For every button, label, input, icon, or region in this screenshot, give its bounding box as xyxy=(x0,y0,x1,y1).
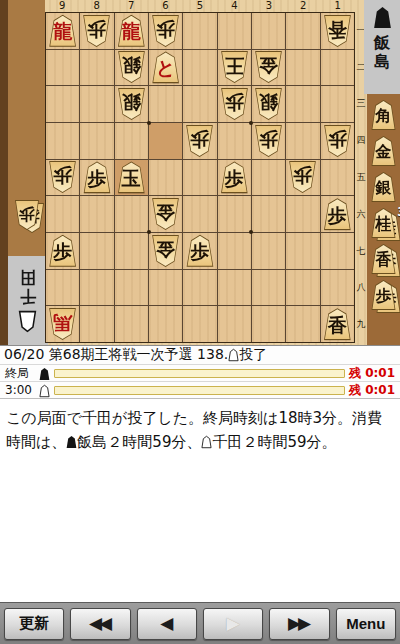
board-cell-4九 xyxy=(218,306,251,342)
piece-glyph: 歩 xyxy=(82,15,111,47)
board-cell-2五: 歩 xyxy=(286,160,319,196)
board-cell-2七 xyxy=(286,233,319,269)
sente-hand-銀: 銀 xyxy=(371,172,397,202)
board-cell-7八 xyxy=(115,270,148,306)
piece-glyph: 歩 xyxy=(371,280,397,310)
piece-glyph: 馬 xyxy=(48,308,77,340)
rank-label: 九 xyxy=(355,306,367,343)
gote-piece-歩: 歩 xyxy=(323,125,352,157)
board-cell-7二: 銀 xyxy=(115,50,148,86)
menu-button[interactable]: Menu xyxy=(336,608,396,640)
board-cell-1九: 香 xyxy=(321,306,354,342)
piece-glyph: 銀 xyxy=(254,88,283,120)
gote-piece-icon xyxy=(39,381,50,400)
board-cell-4五: 歩 xyxy=(218,160,251,196)
piece-glyph: 龍 xyxy=(48,15,77,47)
board-cell-2六 xyxy=(286,196,319,232)
board-cell-3七 xyxy=(252,233,285,269)
gote-piece-歩: 歩 xyxy=(82,15,111,47)
board-cell-3四: 歩 xyxy=(252,123,285,159)
board-cell-3五 xyxy=(252,160,285,196)
board-cell-3一 xyxy=(252,13,285,49)
board-cell-2三 xyxy=(286,86,319,122)
piece-glyph: と xyxy=(151,51,180,83)
piece-glyph: 玉 xyxy=(117,161,146,193)
piece-glyph: 歩 xyxy=(185,125,214,157)
board-cell-1二 xyxy=(321,50,354,86)
sente-hand-角: 角 xyxy=(371,100,397,130)
sente-captured-tray: 角金銀桂桂3香香歩歩 xyxy=(367,100,400,345)
gote-piece-馬: 馬 xyxy=(48,308,77,340)
board-cell-9六 xyxy=(46,196,79,232)
board-cell-8一: 歩 xyxy=(80,13,113,49)
board-cell-1三 xyxy=(321,86,354,122)
piece-glyph: 香 xyxy=(371,244,397,274)
board-cell-5一 xyxy=(183,13,216,49)
board-cell-6二: と xyxy=(149,50,182,86)
piece-glyph: 銀 xyxy=(117,88,146,120)
gote-piece-銀: 銀 xyxy=(117,88,146,120)
gote-piece-金: 金 xyxy=(151,235,180,267)
update-button[interactable]: 更新 xyxy=(4,608,64,640)
gote-piece-銀: 銀 xyxy=(254,88,283,120)
sente-piece-歩: 歩 xyxy=(82,161,111,193)
sente-hand-金: 金 xyxy=(371,136,397,166)
clock-row-sente: 終局 残 0:01 xyxy=(0,364,400,381)
piece-glyph: 金 xyxy=(151,198,180,230)
sente-piece-と: と xyxy=(151,51,180,83)
sente-piece-龍: 龍 xyxy=(117,15,146,47)
rewind-to-start-button[interactable]: ◀◀ xyxy=(70,608,130,640)
board-cell-5九 xyxy=(183,306,216,342)
board-cell-9九: 馬 xyxy=(46,306,79,342)
shogi-board-area: 歩歩 千田 987654321 龍歩龍歩香銀と王金銀歩銀歩歩歩歩歩玉歩歩金歩歩金… xyxy=(0,0,400,345)
bottom-toolbar: 更新◀◀◀▶▶▶Menu xyxy=(0,602,400,644)
file-labels: 987654321 xyxy=(45,0,355,12)
sente-piece-歩: 歩 xyxy=(220,161,249,193)
board-cell-3三: 銀 xyxy=(252,86,285,122)
rank-label: 六 xyxy=(355,196,367,233)
gote-piece-icon xyxy=(19,308,38,333)
file-label: 4 xyxy=(217,0,251,12)
board-cell-6四 xyxy=(149,123,182,159)
piece-glyph: 歩 xyxy=(254,125,283,157)
board-cell-8九 xyxy=(80,306,113,342)
board-cell-1六: 歩 xyxy=(321,196,354,232)
board-cell-7六 xyxy=(115,196,148,232)
piece-glyph: 銀 xyxy=(371,172,397,202)
board-cell-7九 xyxy=(115,306,148,342)
board-cell-9八 xyxy=(46,270,79,306)
board-cell-7三: 銀 xyxy=(115,86,148,122)
board-cell-5六 xyxy=(183,196,216,232)
board-cell-5二 xyxy=(183,50,216,86)
time-bar-sente xyxy=(54,369,345,378)
gote-piece-icon xyxy=(201,433,212,451)
commentary-text[interactable]: この局面で千田が投了した。終局時刻は18時3分。消費時間は、飯島２時間59分、千… xyxy=(0,398,400,602)
gote-player-name: 千田 xyxy=(18,268,38,306)
text-segment: 千田２時間59分。 xyxy=(212,433,336,451)
gote-piece-銀: 銀 xyxy=(117,51,146,83)
board-cell-4三: 歩 xyxy=(218,86,251,122)
board-cell-2九 xyxy=(286,306,319,342)
board-cell-9三 xyxy=(46,86,79,122)
board-cell-8八 xyxy=(80,270,113,306)
piece-glyph: 歩 xyxy=(288,161,317,193)
board-cell-1五 xyxy=(321,160,354,196)
sente-hand-香: 香香 xyxy=(371,244,397,274)
file-label: 6 xyxy=(148,0,182,12)
piece-glyph: 歩 xyxy=(220,161,249,193)
text-segment: 飯島２時間59分、 xyxy=(77,433,201,451)
shogi-board: 龍歩龍歩香銀と王金銀歩銀歩歩歩歩歩玉歩歩金歩歩金歩馬香 xyxy=(45,12,355,343)
piece-glyph: 龍 xyxy=(117,15,146,47)
piece-glyph: 王 xyxy=(220,51,249,83)
board-cell-6六: 金 xyxy=(149,196,182,232)
rank-label: 七 xyxy=(355,233,367,270)
rank-label: 八 xyxy=(355,269,367,306)
board-cell-1一: 香 xyxy=(321,13,354,49)
file-label: 1 xyxy=(321,0,355,12)
sente-hand-桂: 桂桂3 xyxy=(371,208,397,238)
board-cell-3六 xyxy=(252,196,285,232)
gote-piece-歩: 歩 xyxy=(220,88,249,120)
board-cell-4二: 王 xyxy=(218,50,251,86)
gote-piece-歩: 歩 xyxy=(48,161,77,193)
board-cell-9一: 龍 xyxy=(46,13,79,49)
board-cell-3九 xyxy=(252,306,285,342)
remaining-time-sente: 残 0:01 xyxy=(349,365,395,382)
board-cell-3二: 金 xyxy=(252,50,285,86)
piece-glyph: 桂 xyxy=(371,208,397,238)
sente-side-strip: 飯島 角金銀桂桂3香香歩歩 xyxy=(367,0,400,345)
piece-glyph: 歩 xyxy=(48,235,77,267)
gote-piece-歩: 歩 xyxy=(288,161,317,193)
sente-piece-歩: 歩 xyxy=(48,235,77,267)
board-cell-1八 xyxy=(321,270,354,306)
board-cell-4八 xyxy=(218,270,251,306)
gote-captured-tray: 歩歩 xyxy=(14,200,46,246)
sente-piece-香: 香 xyxy=(323,308,352,340)
sente-hand-歩: 歩歩 xyxy=(371,280,397,310)
piece-glyph: 香 xyxy=(323,308,352,340)
piece-glyph: 歩 xyxy=(151,15,180,47)
sente-piece-角: 角 xyxy=(371,100,397,130)
step-back-button[interactable]: ◀ xyxy=(137,608,197,640)
piece-glyph: 歩 xyxy=(48,161,77,193)
board-cell-5七: 歩 xyxy=(183,233,216,269)
board-cell-2八 xyxy=(286,270,319,306)
file-label: 9 xyxy=(45,0,79,12)
board-cell-9七: 歩 xyxy=(46,233,79,269)
board-cell-6一: 歩 xyxy=(149,13,182,49)
sente-piece-銀: 銀 xyxy=(371,172,397,202)
gote-side-strip: 歩歩 千田 xyxy=(0,0,45,345)
sente-piece-歩: 歩 xyxy=(185,235,214,267)
board-cell-4一 xyxy=(218,13,251,49)
text-segment: 06/20 第68期王将戦一次予選 138. xyxy=(4,346,228,364)
board-cell-7五: 玉 xyxy=(115,160,148,196)
piece-glyph: 香 xyxy=(323,15,352,47)
board-star-point xyxy=(147,121,151,125)
gote-piece-歩: 歩 xyxy=(254,125,283,157)
step-back-button-icon: ◀ xyxy=(160,613,173,634)
forward-to-end-button-icon: ▶▶ xyxy=(288,613,311,634)
clock-label-sente: 終局 xyxy=(5,365,35,382)
file-label: 8 xyxy=(79,0,113,12)
sente-piece-icon xyxy=(373,6,392,31)
sente-piece-玉: 玉 xyxy=(117,161,146,193)
gote-piece-金: 金 xyxy=(151,198,180,230)
gote-piece-歩: 歩 xyxy=(185,125,214,157)
board-cell-7一: 龍 xyxy=(115,13,148,49)
file-label: 3 xyxy=(252,0,286,12)
file-label: 2 xyxy=(286,0,320,12)
gote-piece-歩: 歩 xyxy=(151,15,180,47)
board-cell-8四 xyxy=(80,123,113,159)
sente-piece-香: 香 xyxy=(371,244,397,274)
file-label: 7 xyxy=(114,0,148,12)
piece-glyph: 歩 xyxy=(323,125,352,157)
sente-piece-歩: 歩 xyxy=(323,198,352,230)
sente-player-name: 飯島 xyxy=(372,33,392,71)
gote-hand-歩: 歩歩 xyxy=(14,200,40,230)
board-cell-8三 xyxy=(80,86,113,122)
sente-piece-龍: 龍 xyxy=(48,15,77,47)
board-cell-4四 xyxy=(218,123,251,159)
board-cell-2一 xyxy=(286,13,319,49)
board-cell-6五 xyxy=(149,160,182,196)
board-cell-8五: 歩 xyxy=(80,160,113,196)
clock-row-gote: 3:00 残 0:01 xyxy=(0,381,400,398)
game-info-bar: 06/20 第68期王将戦一次予選 138.投了 xyxy=(0,345,400,364)
board-cell-2二 xyxy=(286,50,319,86)
sente-piece-歩: 歩 xyxy=(371,280,397,310)
board-cell-8六 xyxy=(80,196,113,232)
piece-glyph: 歩 xyxy=(323,198,352,230)
board-cell-4六 xyxy=(218,196,251,232)
board-cell-8七 xyxy=(80,233,113,269)
board-cell-6三 xyxy=(149,86,182,122)
sente-player-panel: 飯島 xyxy=(364,0,400,94)
text-segment: 投了 xyxy=(239,346,267,364)
piece-glyph: 銀 xyxy=(117,51,146,83)
piece-glyph: 金 xyxy=(371,136,397,166)
board-cell-8二 xyxy=(80,50,113,86)
shogi-viewer-app: 歩歩 千田 987654321 龍歩龍歩香銀と王金銀歩銀歩歩歩歩歩玉歩歩金歩歩金… xyxy=(0,0,400,644)
piece-glyph: 金 xyxy=(254,51,283,83)
board-cell-4七 xyxy=(218,233,251,269)
piece-glyph: 金 xyxy=(151,235,180,267)
board-cell-6七: 金 xyxy=(149,233,182,269)
rewind-to-start-button-icon: ◀◀ xyxy=(89,613,112,634)
board-cell-6八 xyxy=(149,270,182,306)
board-cell-1四: 歩 xyxy=(321,123,354,159)
step-forward-button[interactable]: ▶ xyxy=(203,608,263,640)
clock-label-gote: 3:00 xyxy=(5,383,35,397)
time-bar-gote xyxy=(54,386,345,395)
board-cell-6九 xyxy=(149,306,182,342)
gote-player-panel: 千田 xyxy=(8,256,48,345)
board-cell-5八 xyxy=(183,270,216,306)
board-cell-3八 xyxy=(252,270,285,306)
sente-piece-桂: 桂 xyxy=(371,208,397,238)
piece-glyph: 角 xyxy=(371,100,397,130)
board-cell-7七 xyxy=(115,233,148,269)
step-forward-button-icon: ▶ xyxy=(227,613,240,634)
board-cell-5四: 歩 xyxy=(183,123,216,159)
gote-piece-icon xyxy=(228,347,239,363)
sente-piece-金: 金 xyxy=(371,136,397,166)
forward-to-end-button[interactable]: ▶▶ xyxy=(269,608,329,640)
rank-label: 五 xyxy=(355,159,367,196)
board-cell-9五: 歩 xyxy=(46,160,79,196)
file-label: 5 xyxy=(183,0,217,12)
piece-glyph: 歩 xyxy=(82,161,111,193)
board-cell-2四 xyxy=(286,123,319,159)
board-cell-1七 xyxy=(321,233,354,269)
remaining-time-gote: 残 0:01 xyxy=(349,382,395,399)
gote-piece-金: 金 xyxy=(254,51,283,83)
board-cell-9四 xyxy=(46,123,79,159)
board-cell-5三 xyxy=(183,86,216,122)
gote-piece-香: 香 xyxy=(323,15,352,47)
board-cell-5五 xyxy=(183,160,216,196)
piece-glyph: 歩 xyxy=(220,88,249,120)
board-cell-9二 xyxy=(46,50,79,86)
sente-piece-icon xyxy=(66,433,77,451)
piece-glyph: 歩 xyxy=(185,235,214,267)
gote-piece-王: 王 xyxy=(220,51,249,83)
board-cell-7四 xyxy=(115,123,148,159)
rank-label: 四 xyxy=(355,122,367,159)
